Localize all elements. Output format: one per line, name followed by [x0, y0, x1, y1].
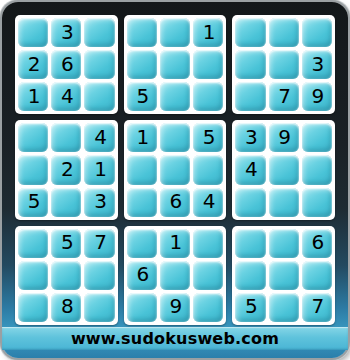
cell-r1c6[interactable]: 1: [193, 18, 223, 47]
cell-r2c5[interactable]: [160, 50, 190, 79]
cell-r3c9[interactable]: 9: [302, 82, 332, 111]
cell-r3c7[interactable]: [235, 82, 265, 111]
cell-r7c5[interactable]: 1: [160, 229, 190, 258]
cell-r7c3[interactable]: 7: [84, 229, 114, 258]
cell-r9c6[interactable]: [193, 293, 223, 322]
cell-r3c3[interactable]: [84, 82, 114, 111]
cell-r3c1[interactable]: 1: [18, 82, 48, 111]
cell-r1c2[interactable]: 3: [51, 18, 81, 47]
cell-r9c8[interactable]: [269, 293, 299, 322]
cell-r6c3[interactable]: 3: [84, 188, 114, 217]
cell-r7c7[interactable]: [235, 229, 265, 258]
cell-r2c4[interactable]: [127, 50, 157, 79]
cell-r3c8[interactable]: 7: [269, 82, 299, 111]
box-8: 169: [124, 226, 227, 325]
cell-r8c5[interactable]: [160, 261, 190, 290]
cell-r6c6[interactable]: 4: [193, 188, 223, 217]
cell-r5c4[interactable]: [127, 155, 157, 184]
cell-r3c4[interactable]: 5: [127, 82, 157, 111]
site-url: www.sudokusweb.com: [71, 329, 279, 348]
cell-r5c8[interactable]: [269, 155, 299, 184]
cell-r7c2[interactable]: 5: [51, 229, 81, 258]
footer-band: www.sudokusweb.com: [2, 327, 348, 350]
cell-r6c1[interactable]: 5: [18, 188, 48, 217]
cell-r9c5[interactable]: 9: [160, 293, 190, 322]
cell-r3c2[interactable]: 4: [51, 82, 81, 111]
box-7: 578: [15, 226, 118, 325]
cell-r5c7[interactable]: 4: [235, 155, 265, 184]
cell-r3c6[interactable]: [193, 82, 223, 111]
cell-r9c9[interactable]: 7: [302, 293, 332, 322]
cell-r2c6[interactable]: [193, 50, 223, 79]
cell-r4c5[interactable]: [160, 123, 190, 152]
cell-r4c7[interactable]: 3: [235, 123, 265, 152]
box-1: 32614: [15, 15, 118, 114]
cell-r7c1[interactable]: [18, 229, 48, 258]
cell-r2c1[interactable]: 2: [18, 50, 48, 79]
cell-r4c8[interactable]: 9: [269, 123, 299, 152]
cell-r4c2[interactable]: [51, 123, 81, 152]
cell-r2c3[interactable]: [84, 50, 114, 79]
box-3: 379: [232, 15, 335, 114]
cell-r9c1[interactable]: [18, 293, 48, 322]
sudoku-board: 3261415379421531564394578169657: [15, 15, 335, 325]
cell-r6c7[interactable]: [235, 188, 265, 217]
box-2: 15: [124, 15, 227, 114]
sudoku-plaque: 3261415379421531564394578169657 www.sudo…: [2, 2, 348, 358]
cell-r5c3[interactable]: 1: [84, 155, 114, 184]
cell-r7c6[interactable]: [193, 229, 223, 258]
cell-r7c4[interactable]: [127, 229, 157, 258]
cell-r5c1[interactable]: [18, 155, 48, 184]
cell-r1c9[interactable]: [302, 18, 332, 47]
cell-r2c2[interactable]: 6: [51, 50, 81, 79]
cell-r9c4[interactable]: [127, 293, 157, 322]
cell-r1c3[interactable]: [84, 18, 114, 47]
box-5: 1564: [124, 120, 227, 219]
cell-r8c7[interactable]: [235, 261, 265, 290]
cell-r4c4[interactable]: 1: [127, 123, 157, 152]
cell-r9c2[interactable]: 8: [51, 293, 81, 322]
cell-r8c2[interactable]: [51, 261, 81, 290]
cell-r5c2[interactable]: 2: [51, 155, 81, 184]
cell-r8c4[interactable]: 6: [127, 261, 157, 290]
cell-r6c8[interactable]: [269, 188, 299, 217]
cell-r8c6[interactable]: [193, 261, 223, 290]
cell-r9c7[interactable]: 5: [235, 293, 265, 322]
cell-r6c9[interactable]: [302, 188, 332, 217]
cell-r5c9[interactable]: [302, 155, 332, 184]
cell-r2c8[interactable]: [269, 50, 299, 79]
cell-r1c1[interactable]: [18, 18, 48, 47]
cell-r8c3[interactable]: [84, 261, 114, 290]
cell-r8c8[interactable]: [269, 261, 299, 290]
cell-r4c1[interactable]: [18, 123, 48, 152]
cell-r5c5[interactable]: [160, 155, 190, 184]
cell-r6c2[interactable]: [51, 188, 81, 217]
cell-r6c4[interactable]: [127, 188, 157, 217]
cell-r7c8[interactable]: [269, 229, 299, 258]
cell-r5c6[interactable]: [193, 155, 223, 184]
cell-r8c1[interactable]: [18, 261, 48, 290]
cell-r9c3[interactable]: [84, 293, 114, 322]
box-6: 394: [232, 120, 335, 219]
cell-r8c9[interactable]: [302, 261, 332, 290]
cell-r2c7[interactable]: [235, 50, 265, 79]
cell-r6c5[interactable]: 6: [160, 188, 190, 217]
cell-r4c9[interactable]: [302, 123, 332, 152]
cell-r1c5[interactable]: [160, 18, 190, 47]
box-4: 42153: [15, 120, 118, 219]
box-9: 657: [232, 226, 335, 325]
cell-r4c3[interactable]: 4: [84, 123, 114, 152]
cell-r3c5[interactable]: [160, 82, 190, 111]
cell-r2c9[interactable]: 3: [302, 50, 332, 79]
cell-r1c7[interactable]: [235, 18, 265, 47]
cell-r4c6[interactable]: 5: [193, 123, 223, 152]
cell-r1c4[interactable]: [127, 18, 157, 47]
cell-r1c8[interactable]: [269, 18, 299, 47]
cell-r7c9[interactable]: 6: [302, 229, 332, 258]
